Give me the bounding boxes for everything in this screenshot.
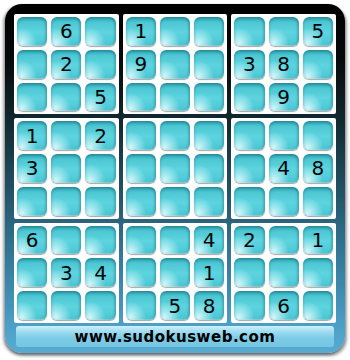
sudoku-cell-r7c3[interactable] <box>85 226 115 255</box>
sudoku-cell-r1c8[interactable] <box>269 17 299 46</box>
sudoku-cell-r4c3[interactable]: 2 <box>85 121 115 150</box>
sudoku-cell-r9c7[interactable] <box>234 291 264 320</box>
sudoku-cell-r9c6[interactable]: 8 <box>194 291 224 320</box>
sudoku-cell-r5c9[interactable]: 8 <box>303 154 333 183</box>
sudoku-cell-r3c5[interactable] <box>160 83 190 112</box>
sudoku-cell-r1c2[interactable]: 6 <box>51 17 81 46</box>
sudoku-cell-r9c8[interactable]: 6 <box>269 291 299 320</box>
sudoku-cell-r7c7[interactable]: 2 <box>234 226 264 255</box>
sudoku-cell-r5c5[interactable] <box>160 154 190 183</box>
sudoku-cell-r8c9[interactable] <box>303 258 333 287</box>
sudoku-cell-r2c4[interactable]: 9 <box>126 50 156 79</box>
footer: www.sudokusweb.com <box>16 326 334 347</box>
sudoku-cell-r5c7[interactable] <box>234 154 264 183</box>
sudoku-cell-r2c8[interactable]: 8 <box>269 50 299 79</box>
sudoku-cell-r6c7[interactable] <box>234 187 264 216</box>
sudoku-cell-r9c1[interactable] <box>17 291 47 320</box>
sudoku-cell-r5c6[interactable] <box>194 154 224 183</box>
sudoku-cell-r5c2[interactable] <box>51 154 81 183</box>
sudoku-cell-r4c6[interactable] <box>194 121 224 150</box>
sudoku-board-frame: 625195389123486344158216 www.sudokusweb.… <box>5 4 345 353</box>
sudoku-box-3-3: 216 <box>231 223 336 323</box>
sudoku-cell-r4c1[interactable]: 1 <box>17 121 47 150</box>
sudoku-cell-r6c9[interactable] <box>303 187 333 216</box>
sudoku-cell-r3c1[interactable] <box>17 83 47 112</box>
sudoku-box-1-2: 19 <box>123 14 228 114</box>
sudoku-cell-r9c9[interactable] <box>303 291 333 320</box>
sudoku-cell-r5c4[interactable] <box>126 154 156 183</box>
sudoku-cell-r2c2[interactable]: 2 <box>51 50 81 79</box>
sudoku-box-1-3: 5389 <box>231 14 336 114</box>
sudoku-cell-r9c4[interactable] <box>126 291 156 320</box>
sudoku-cell-r5c8[interactable]: 4 <box>269 154 299 183</box>
sudoku-cell-r1c7[interactable] <box>234 17 264 46</box>
sudoku-box-2-1: 123 <box>14 118 119 218</box>
sudoku-cell-r8c7[interactable] <box>234 258 264 287</box>
sudoku-cell-r1c4[interactable]: 1 <box>126 17 156 46</box>
sudoku-cell-r4c7[interactable] <box>234 121 264 150</box>
sudoku-cell-r4c8[interactable] <box>269 121 299 150</box>
sudoku-cell-r2c3[interactable] <box>85 50 115 79</box>
site-url[interactable]: www.sudokusweb.com <box>75 328 276 346</box>
sudoku-cell-r3c6[interactable] <box>194 83 224 112</box>
sudoku-cell-r3c9[interactable] <box>303 83 333 112</box>
sudoku-cell-r4c4[interactable] <box>126 121 156 150</box>
sudoku-cell-r3c4[interactable] <box>126 83 156 112</box>
sudoku-cell-r6c5[interactable] <box>160 187 190 216</box>
sudoku-cell-r2c7[interactable]: 3 <box>234 50 264 79</box>
sudoku-cell-r7c4[interactable] <box>126 226 156 255</box>
sudoku-cell-r8c8[interactable] <box>269 258 299 287</box>
sudoku-cell-r7c9[interactable]: 1 <box>303 226 333 255</box>
sudoku-cell-r5c3[interactable] <box>85 154 115 183</box>
sudoku-box-3-2: 4158 <box>123 223 228 323</box>
sudoku-cell-r7c5[interactable] <box>160 226 190 255</box>
sudoku-board: 625195389123486344158216 <box>14 14 336 323</box>
sudoku-cell-r2c9[interactable] <box>303 50 333 79</box>
sudoku-cell-r5c1[interactable]: 3 <box>17 154 47 183</box>
sudoku-cell-r2c1[interactable] <box>17 50 47 79</box>
sudoku-cell-r3c8[interactable]: 9 <box>269 83 299 112</box>
sudoku-cell-r4c9[interactable] <box>303 121 333 150</box>
sudoku-cell-r1c6[interactable] <box>194 17 224 46</box>
sudoku-box-2-2 <box>123 118 228 218</box>
sudoku-cell-r6c6[interactable] <box>194 187 224 216</box>
sudoku-cell-r4c2[interactable] <box>51 121 81 150</box>
sudoku-cell-r1c1[interactable] <box>17 17 47 46</box>
sudoku-cell-r8c2[interactable]: 3 <box>51 258 81 287</box>
sudoku-cell-r3c3[interactable]: 5 <box>85 83 115 112</box>
sudoku-box-3-1: 634 <box>14 223 119 323</box>
sudoku-cell-r7c1[interactable]: 6 <box>17 226 47 255</box>
sudoku-cell-r4c5[interactable] <box>160 121 190 150</box>
sudoku-cell-r2c5[interactable] <box>160 50 190 79</box>
sudoku-cell-r9c3[interactable] <box>85 291 115 320</box>
sudoku-cell-r9c5[interactable]: 5 <box>160 291 190 320</box>
sudoku-cell-r7c6[interactable]: 4 <box>194 226 224 255</box>
sudoku-cell-r9c2[interactable] <box>51 291 81 320</box>
sudoku-cell-r1c9[interactable]: 5 <box>303 17 333 46</box>
sudoku-cell-r6c8[interactable] <box>269 187 299 216</box>
sudoku-cell-r8c4[interactable] <box>126 258 156 287</box>
sudoku-cell-r8c3[interactable]: 4 <box>85 258 115 287</box>
sudoku-cell-r8c1[interactable] <box>17 258 47 287</box>
sudoku-cell-r6c3[interactable] <box>85 187 115 216</box>
sudoku-cell-r7c2[interactable] <box>51 226 81 255</box>
sudoku-cell-r6c1[interactable] <box>17 187 47 216</box>
sudoku-cell-r8c5[interactable] <box>160 258 190 287</box>
sudoku-cell-r1c5[interactable] <box>160 17 190 46</box>
sudoku-cell-r1c3[interactable] <box>85 17 115 46</box>
sudoku-cell-r6c2[interactable] <box>51 187 81 216</box>
sudoku-cell-r3c7[interactable] <box>234 83 264 112</box>
sudoku-box-1-1: 625 <box>14 14 119 114</box>
sudoku-cell-r7c8[interactable] <box>269 226 299 255</box>
sudoku-cell-r8c6[interactable]: 1 <box>194 258 224 287</box>
sudoku-cell-r2c6[interactable] <box>194 50 224 79</box>
sudoku-cell-r6c4[interactable] <box>126 187 156 216</box>
sudoku-box-2-3: 48 <box>231 118 336 218</box>
sudoku-cell-r3c2[interactable] <box>51 83 81 112</box>
